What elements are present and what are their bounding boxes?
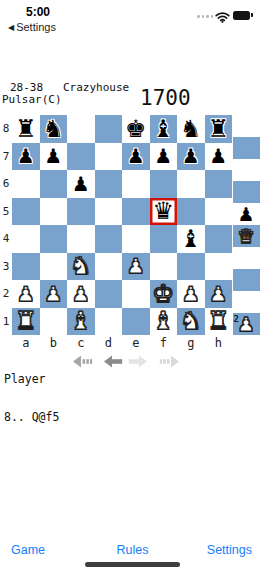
square-f5[interactable]: ♛ [150, 198, 178, 226]
square-c3[interactable]: ♞ [67, 253, 95, 281]
square-e7[interactable]: ♟ [122, 143, 150, 171]
move-text: 8.. Q@f5 [4, 410, 59, 424]
square-b4[interactable] [40, 225, 68, 253]
rank-label-5: 5 [0, 198, 12, 226]
square-d4[interactable] [95, 225, 123, 253]
white-pawn: ♟ [17, 284, 35, 304]
white-pawn-pocket: ♟ [237, 315, 254, 334]
white-rook: ♜ [15, 309, 37, 333]
black-pawn: ♟ [154, 146, 172, 166]
square-h6[interactable] [205, 170, 233, 198]
black-rook: ♜ [207, 117, 229, 141]
square-h5[interactable] [205, 198, 233, 226]
cellular-signal-icon [197, 15, 213, 18]
jump-back-arrow[interactable] [72, 355, 93, 368]
white-rook: ♜ [207, 309, 229, 333]
square-f4[interactable] [150, 225, 178, 253]
square-e8[interactable]: ♚ [122, 115, 150, 143]
square-d1[interactable] [95, 308, 123, 336]
white-pawn: ♟ [72, 284, 90, 304]
white-pawn: ♟ [44, 284, 62, 304]
square-c8[interactable] [67, 115, 95, 143]
black-pawn: ♟ [209, 146, 227, 166]
square-b8[interactable]: ♞ [40, 115, 68, 143]
file-label-b: b [40, 336, 68, 350]
square-d7[interactable] [95, 143, 123, 171]
square-a2[interactable]: ♟ [12, 280, 40, 308]
square-h4[interactable] [205, 225, 233, 253]
rank-label-8: 8 [0, 115, 12, 143]
black-pawn: ♟ [127, 146, 145, 166]
square-f6[interactable] [150, 170, 178, 198]
square-b1[interactable] [40, 308, 68, 336]
square-d3[interactable] [95, 253, 123, 281]
black-pawn-pocket: ♟ [237, 205, 254, 224]
step-forward-arrow[interactable] [127, 355, 148, 368]
square-f2[interactable]: ♚ [150, 280, 178, 308]
square-b7[interactable]: ♟ [40, 143, 68, 171]
black-pawn: ♟ [182, 146, 200, 166]
black-pawn: ♟ [17, 146, 35, 166]
square-e2[interactable] [122, 280, 150, 308]
square-c5[interactable] [67, 198, 95, 226]
pocket-cell-6[interactable]: ♛ [233, 225, 260, 247]
square-a4[interactable] [12, 225, 40, 253]
pocket-column: ♟♛♟2 [233, 115, 260, 335]
square-d6[interactable] [95, 170, 123, 198]
file-label-e: e [122, 336, 150, 350]
square-c1[interactable]: ♝ [67, 308, 95, 336]
back-label: Settings [16, 21, 56, 33]
pocket-cell-5[interactable]: ♟ [233, 203, 260, 225]
back-chevron-icon: ◀ [8, 23, 14, 32]
square-e4[interactable] [122, 225, 150, 253]
jump-forward-arrow[interactable] [159, 355, 180, 368]
rank-label-1: 1 [0, 308, 12, 336]
pocket-cell-1[interactable] [233, 115, 260, 137]
pocket-cell-10[interactable]: ♟2 [233, 313, 260, 335]
square-d2[interactable] [95, 280, 123, 308]
square-a1[interactable]: ♜ [12, 308, 40, 336]
pocket-cell-4[interactable] [233, 181, 260, 203]
pocket-cell-9[interactable] [233, 291, 260, 313]
square-g8[interactable]: ♞ [177, 115, 205, 143]
black-pawn: ♟ [72, 174, 90, 194]
white-pawn: ♟ [127, 256, 145, 276]
square-b3[interactable] [40, 253, 68, 281]
pocket-cell-3[interactable] [233, 159, 260, 181]
square-e5[interactable] [122, 198, 150, 226]
white-pawn: ♟ [209, 284, 227, 304]
square-h8[interactable]: ♜ [205, 115, 233, 143]
rank-label-6: 6 [0, 170, 12, 198]
rank-label-2: 2 [0, 280, 12, 308]
file-labels: abcdefgh [12, 336, 232, 350]
tab-game[interactable]: Game [11, 543, 45, 557]
square-f7[interactable]: ♟ [150, 143, 178, 171]
chess-board: ♜♞♚♝♞♜♟♟♟♟♟♟♟♛♝♞♟♟♟♟♚♟♟♜♝♝♞♜ [12, 115, 232, 335]
pocket-count-badge: 2 [234, 314, 239, 324]
file-label-g: g [177, 336, 205, 350]
player-label: Player [4, 372, 46, 386]
square-g1[interactable]: ♞ [177, 308, 205, 336]
pocket-cell-7[interactable] [233, 247, 260, 269]
rank-label-7: 7 [0, 143, 12, 171]
square-d8[interactable] [95, 115, 123, 143]
black-rook: ♜ [15, 117, 37, 141]
square-h1[interactable]: ♜ [205, 308, 233, 336]
square-g3[interactable] [177, 253, 205, 281]
square-h3[interactable] [205, 253, 233, 281]
square-g6[interactable] [177, 170, 205, 198]
step-back-arrow[interactable] [103, 355, 124, 368]
black-bishop: ♝ [152, 117, 174, 141]
square-f3[interactable] [150, 253, 178, 281]
white-king: ♚ [152, 282, 174, 306]
status-time: 5:00 [26, 5, 50, 19]
home-indicator[interactable] [85, 562, 180, 567]
battery-icon [233, 11, 250, 20]
engine-rating: 1700 [140, 86, 191, 110]
black-king: ♚ [125, 117, 147, 141]
tab-rules[interactable]: Rules [117, 543, 149, 557]
back-to-settings-button[interactable]: ◀Settings [8, 21, 56, 33]
square-c2[interactable]: ♟ [67, 280, 95, 308]
square-b5[interactable] [40, 198, 68, 226]
white-bishop: ♝ [152, 309, 174, 333]
pocket-cell-8[interactable] [233, 269, 260, 291]
square-g5[interactable] [177, 198, 205, 226]
square-d5[interactable] [95, 198, 123, 226]
white-knight: ♞ [180, 309, 202, 333]
square-a3[interactable] [12, 253, 40, 281]
square-a6[interactable] [12, 170, 40, 198]
tab-settings[interactable]: Settings [207, 543, 252, 557]
square-c4[interactable] [67, 225, 95, 253]
rank-label-4: 4 [0, 225, 12, 253]
pocket-cell-2[interactable] [233, 137, 260, 159]
engine-name: Pulsar(C) [2, 93, 62, 106]
white-knight: ♞ [70, 254, 92, 278]
square-c6[interactable]: ♟ [67, 170, 95, 198]
file-label-f: f [150, 336, 178, 350]
square-a7[interactable]: ♟ [12, 143, 40, 171]
square-f8[interactable]: ♝ [150, 115, 178, 143]
square-b2[interactable]: ♟ [40, 280, 68, 308]
tab-bar: Game Rules Settings [0, 536, 265, 574]
square-a5[interactable] [12, 198, 40, 226]
square-e3[interactable]: ♟ [122, 253, 150, 281]
white-queen-pocket: ♛ [237, 227, 254, 246]
square-g4[interactable]: ♝ [177, 225, 205, 253]
square-g7[interactable]: ♟ [177, 143, 205, 171]
rank-labels: 87654321 [0, 115, 12, 335]
file-label-h: h [205, 336, 233, 350]
square-b6[interactable] [40, 170, 68, 198]
move-navigation [0, 353, 265, 369]
white-pawn: ♟ [182, 284, 200, 304]
file-label-c: c [67, 336, 95, 350]
white-bishop: ♝ [70, 309, 92, 333]
variant-label: Crazyhouse [63, 81, 129, 94]
black-bishop: ♝ [180, 227, 202, 251]
file-label-d: d [95, 336, 123, 350]
wifi-icon [215, 9, 230, 27]
square-h7[interactable]: ♟ [205, 143, 233, 171]
square-g2[interactable]: ♟ [177, 280, 205, 308]
square-e1[interactable] [122, 308, 150, 336]
black-knight: ♞ [42, 117, 64, 141]
square-c7[interactable] [67, 143, 95, 171]
square-a8[interactable]: ♜ [12, 115, 40, 143]
square-h2[interactable]: ♟ [205, 280, 233, 308]
black-knight: ♞ [180, 117, 202, 141]
black-queen: ♛ [152, 199, 174, 223]
rank-label-3: 3 [0, 253, 12, 281]
square-f1[interactable]: ♝ [150, 308, 178, 336]
square-e6[interactable] [122, 170, 150, 198]
black-pawn: ♟ [44, 146, 62, 166]
file-label-a: a [12, 336, 40, 350]
